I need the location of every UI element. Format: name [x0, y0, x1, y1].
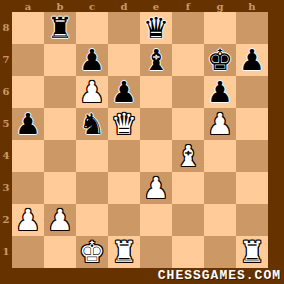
square-b3[interactable] — [44, 172, 76, 204]
piece-white-bishop[interactable]: ♝ — [175, 142, 201, 171]
square-b5[interactable] — [44, 108, 76, 140]
square-f1[interactable] — [172, 236, 204, 268]
square-c5[interactable]: ♞ — [76, 108, 108, 140]
piece-black-bishop[interactable]: ♝ — [143, 46, 169, 75]
square-c3[interactable] — [76, 172, 108, 204]
square-g8[interactable] — [204, 12, 236, 44]
file-label-f: f — [172, 0, 204, 12]
square-g3[interactable] — [204, 172, 236, 204]
piece-black-king[interactable]: ♚ — [207, 46, 233, 75]
rank-label-3: 3 — [0, 172, 12, 204]
square-h3[interactable] — [236, 172, 268, 204]
piece-white-rook[interactable]: ♜ — [111, 238, 137, 267]
square-e4[interactable] — [140, 140, 172, 172]
square-h7[interactable]: ♟ — [236, 44, 268, 76]
rank-label-1: 1 — [0, 236, 12, 268]
square-a1[interactable] — [12, 236, 44, 268]
rank-label-6: 6 — [0, 76, 12, 108]
square-e6[interactable] — [140, 76, 172, 108]
piece-black-pawn[interactable]: ♟ — [207, 78, 233, 107]
square-b8[interactable]: ♜ — [44, 12, 76, 44]
square-d3[interactable] — [108, 172, 140, 204]
piece-black-knight[interactable]: ♞ — [79, 110, 105, 139]
square-f8[interactable] — [172, 12, 204, 44]
piece-black-pawn[interactable]: ♟ — [15, 110, 41, 139]
piece-black-queen[interactable]: ♛ — [143, 14, 169, 43]
rank-label-7: 7 — [0, 44, 12, 76]
piece-black-pawn[interactable]: ♟ — [239, 46, 265, 75]
file-label-h: h — [236, 0, 268, 12]
piece-white-queen[interactable]: ♛ — [111, 110, 137, 139]
rank-label-8: 8 — [0, 12, 12, 44]
square-g5[interactable]: ♟ — [204, 108, 236, 140]
square-g7[interactable]: ♚ — [204, 44, 236, 76]
square-e3[interactable]: ♟ — [140, 172, 172, 204]
square-d6[interactable]: ♟ — [108, 76, 140, 108]
square-h8[interactable] — [236, 12, 268, 44]
square-d7[interactable] — [108, 44, 140, 76]
square-h4[interactable] — [236, 140, 268, 172]
file-label-c: c — [76, 0, 108, 12]
piece-white-pawn[interactable]: ♟ — [47, 206, 73, 235]
square-f4[interactable]: ♝ — [172, 140, 204, 172]
square-c2[interactable] — [76, 204, 108, 236]
piece-black-pawn[interactable]: ♟ — [79, 46, 105, 75]
square-e8[interactable]: ♛ — [140, 12, 172, 44]
square-d1[interactable]: ♜ — [108, 236, 140, 268]
square-e5[interactable] — [140, 108, 172, 140]
square-d8[interactable] — [108, 12, 140, 44]
square-h6[interactable] — [236, 76, 268, 108]
site-watermark: CHESSGAMES.COM — [158, 268, 281, 283]
square-f2[interactable] — [172, 204, 204, 236]
square-a8[interactable] — [12, 12, 44, 44]
square-a5[interactable]: ♟ — [12, 108, 44, 140]
square-c7[interactable]: ♟ — [76, 44, 108, 76]
piece-black-rook[interactable]: ♜ — [47, 14, 73, 43]
square-c8[interactable] — [76, 12, 108, 44]
square-a2[interactable]: ♟ — [12, 204, 44, 236]
square-g2[interactable] — [204, 204, 236, 236]
square-f3[interactable] — [172, 172, 204, 204]
square-a4[interactable] — [12, 140, 44, 172]
square-f6[interactable] — [172, 76, 204, 108]
square-d2[interactable] — [108, 204, 140, 236]
square-g6[interactable]: ♟ — [204, 76, 236, 108]
square-e7[interactable]: ♝ — [140, 44, 172, 76]
square-g4[interactable] — [204, 140, 236, 172]
square-c1[interactable]: ♚ — [76, 236, 108, 268]
square-a6[interactable] — [12, 76, 44, 108]
square-h5[interactable] — [236, 108, 268, 140]
square-h2[interactable] — [236, 204, 268, 236]
rank-label-4: 4 — [0, 140, 12, 172]
square-b1[interactable] — [44, 236, 76, 268]
square-c4[interactable] — [76, 140, 108, 172]
piece-white-pawn[interactable]: ♟ — [143, 174, 169, 203]
square-a3[interactable] — [12, 172, 44, 204]
board: ♜♛♟♝♚♟♟♟♟♟♞♛♟♝♟♟♟♚♜♜ — [12, 12, 268, 268]
file-label-a: a — [12, 0, 44, 12]
square-d4[interactable] — [108, 140, 140, 172]
square-h1[interactable]: ♜ — [236, 236, 268, 268]
square-g1[interactable] — [204, 236, 236, 268]
chess-board-frame: abcdefgh 87654321 ♜♛♟♝♚♟♟♟♟♟♞♛♟♝♟♟♟♚♜♜ C… — [0, 0, 284, 284]
piece-white-pawn[interactable]: ♟ — [207, 110, 233, 139]
piece-white-pawn[interactable]: ♟ — [79, 78, 105, 107]
square-b4[interactable] — [44, 140, 76, 172]
file-label-g: g — [204, 0, 236, 12]
square-b7[interactable] — [44, 44, 76, 76]
square-e2[interactable] — [140, 204, 172, 236]
square-b2[interactable]: ♟ — [44, 204, 76, 236]
square-f5[interactable] — [172, 108, 204, 140]
piece-white-rook[interactable]: ♜ — [239, 238, 265, 267]
square-c6[interactable]: ♟ — [76, 76, 108, 108]
rank-labels: 87654321 — [0, 12, 12, 268]
square-b6[interactable] — [44, 76, 76, 108]
rank-label-5: 5 — [0, 108, 12, 140]
square-a7[interactable] — [12, 44, 44, 76]
square-f7[interactable] — [172, 44, 204, 76]
square-d5[interactable]: ♛ — [108, 108, 140, 140]
piece-white-pawn[interactable]: ♟ — [15, 206, 41, 235]
piece-black-pawn[interactable]: ♟ — [111, 78, 137, 107]
square-e1[interactable] — [140, 236, 172, 268]
piece-white-king[interactable]: ♚ — [79, 238, 105, 267]
file-label-d: d — [108, 0, 140, 12]
rank-label-2: 2 — [0, 204, 12, 236]
